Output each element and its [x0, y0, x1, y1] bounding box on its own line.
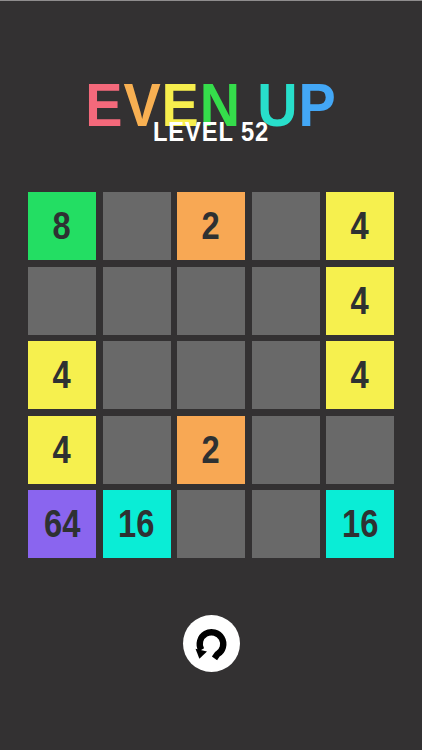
tile-4[interactable]: 4 — [326, 267, 394, 335]
tile-16[interactable]: 16 — [103, 490, 171, 558]
empty-cell — [252, 341, 320, 409]
empty-cell — [177, 267, 245, 335]
tile-4[interactable]: 4 — [326, 192, 394, 260]
tile-2[interactable]: 2 — [177, 416, 245, 484]
empty-cell — [103, 267, 171, 335]
empty-cell — [252, 267, 320, 335]
empty-cell — [28, 267, 96, 335]
game-board: 82444442641616 — [28, 192, 394, 558]
tile-number: 16 — [342, 505, 378, 543]
tile-number: 4 — [351, 282, 369, 320]
app-screen: { "game": "Even Up (number tile merge pu… — [0, 0, 422, 750]
empty-cell — [177, 341, 245, 409]
tile-4[interactable]: 4 — [28, 416, 96, 484]
tile-number: 64 — [44, 505, 80, 543]
tile-number: 4 — [53, 431, 71, 469]
tile-number: 8 — [53, 207, 71, 245]
tile-number: 4 — [351, 207, 369, 245]
tile-number: 4 — [53, 356, 71, 394]
empty-cell — [177, 490, 245, 558]
empty-cell — [326, 416, 394, 484]
empty-cell — [252, 192, 320, 260]
empty-cell — [252, 416, 320, 484]
tile-number: 4 — [351, 356, 369, 394]
empty-cell — [103, 192, 171, 260]
tile-number: 2 — [202, 207, 220, 245]
empty-cell — [103, 416, 171, 484]
restart-icon — [191, 623, 232, 664]
tile-4[interactable]: 4 — [28, 341, 96, 409]
level-label: LEVEL 52 — [25, 110, 396, 154]
tile-4[interactable]: 4 — [326, 341, 394, 409]
tile-64[interactable]: 64 — [28, 490, 96, 558]
tile-2[interactable]: 2 — [177, 192, 245, 260]
screen-top-edge — [0, 0, 422, 1]
empty-cell — [103, 341, 171, 409]
tile-8[interactable]: 8 — [28, 192, 96, 260]
restart-button[interactable] — [183, 615, 240, 672]
tile-number: 16 — [118, 505, 154, 543]
tile-16[interactable]: 16 — [326, 490, 394, 558]
tile-number: 2 — [202, 431, 220, 469]
empty-cell — [252, 490, 320, 558]
